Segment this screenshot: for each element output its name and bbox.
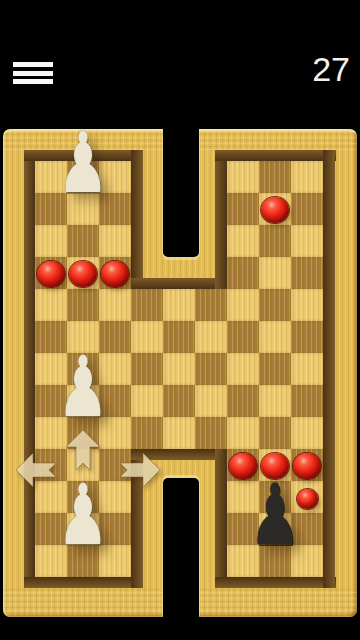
cell-r9c7 xyxy=(227,417,259,449)
black-pawn-r12c8[interactable]: ♟ xyxy=(246,473,304,557)
cell-r8c5 xyxy=(163,385,195,417)
wall-bottom-left xyxy=(24,577,143,588)
cell-r3c8 xyxy=(259,225,291,257)
cell-r4c7 xyxy=(227,257,259,289)
cell-r3c3 xyxy=(99,225,131,257)
cell-r8c9 xyxy=(291,385,323,417)
menu-button[interactable] xyxy=(13,62,53,84)
cell-r5c8 xyxy=(259,289,291,321)
cell-r6c7 xyxy=(227,321,259,353)
white-pawn-r12c2[interactable]: ♟ xyxy=(54,473,112,557)
wall-left-outer xyxy=(24,150,35,588)
wall-right-outer xyxy=(323,150,335,588)
cell-r5c4 xyxy=(131,289,163,321)
cell-r3c7 xyxy=(227,225,259,257)
cell-r2c9 xyxy=(291,193,323,225)
cell-r7c4 xyxy=(131,353,163,385)
move-up-arrow[interactable] xyxy=(66,430,100,470)
red-ball-r10c9 xyxy=(293,453,321,479)
white-pawn-r8c2[interactable]: ♟ xyxy=(54,345,112,429)
cell-r5c5 xyxy=(163,289,195,321)
move-counter: 27 xyxy=(312,52,350,86)
cell-r6c5 xyxy=(163,321,195,353)
cell-r2c7 xyxy=(227,193,259,225)
red-ball-r10c8 xyxy=(261,453,289,479)
cell-r1c9 xyxy=(291,161,323,193)
white-pawn-r1c2[interactable]: ♟ xyxy=(54,121,112,205)
red-ball-r4c3 xyxy=(101,261,129,287)
wall-bottom-right xyxy=(215,577,336,588)
cell-r1c8 xyxy=(259,161,291,193)
cell-r6c9 xyxy=(291,321,323,353)
cell-r7c7 xyxy=(227,353,259,385)
cell-r8c4 xyxy=(131,385,163,417)
cell-r8c7 xyxy=(227,385,259,417)
cell-r9c8 xyxy=(259,417,291,449)
cell-r9c4 xyxy=(131,417,163,449)
game-screen: 27 ♟♟♟♟ xyxy=(0,0,360,640)
cell-r3c9 xyxy=(291,225,323,257)
cell-r7c9 xyxy=(291,353,323,385)
cell-r6c8 xyxy=(259,321,291,353)
cell-r7c6 xyxy=(195,353,227,385)
cell-r5c1 xyxy=(35,289,67,321)
wall-top-right xyxy=(215,150,336,161)
cell-r3c2 xyxy=(67,225,99,257)
red-ball-r2c8 xyxy=(261,197,289,223)
cell-r8c6 xyxy=(195,385,227,417)
move-right-arrow[interactable] xyxy=(120,453,160,487)
cell-r9c5 xyxy=(163,417,195,449)
cell-r7c5 xyxy=(163,353,195,385)
red-ball-r10c7 xyxy=(229,453,257,479)
cell-r4c9 xyxy=(291,257,323,289)
cell-r5c9 xyxy=(291,289,323,321)
red-ball-r4c2 xyxy=(69,261,97,287)
cell-r6c6 xyxy=(195,321,227,353)
cell-r9c9 xyxy=(291,417,323,449)
cell-r1c7 xyxy=(227,161,259,193)
cell-r5c7 xyxy=(227,289,259,321)
cell-r6c4 xyxy=(131,321,163,353)
cell-r9c6 xyxy=(195,417,227,449)
red-ball-r4c1 xyxy=(37,261,65,287)
cell-r3c1 xyxy=(35,225,67,257)
hamburger-icon xyxy=(13,62,53,67)
cell-r4c8 xyxy=(259,257,291,289)
cell-r5c6 xyxy=(195,289,227,321)
cell-r8c8 xyxy=(259,385,291,417)
move-left-arrow[interactable] xyxy=(16,453,56,487)
cell-r7c8 xyxy=(259,353,291,385)
cell-r5c3 xyxy=(99,289,131,321)
red-ball-small-r11c9 xyxy=(297,489,318,509)
cell-r5c2 xyxy=(67,289,99,321)
